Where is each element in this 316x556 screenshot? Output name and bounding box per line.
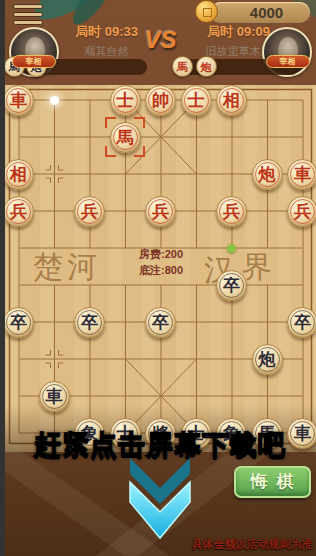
- board-point-4-3[interactable]: 兵: [143, 193, 179, 230]
- board-point-0-2[interactable]: 相: [5, 156, 37, 193]
- board-point-0-6[interactable]: 卒: [5, 304, 37, 341]
- piece-red-士[interactable]: 士: [181, 85, 212, 116]
- piece-red-兵[interactable]: 兵: [216, 196, 247, 227]
- board-point-5-2[interactable]: [178, 156, 214, 193]
- board-point-2-1[interactable]: [72, 119, 108, 156]
- board-point-8-6[interactable]: 卒: [285, 304, 316, 341]
- board-point-0-7[interactable]: [5, 341, 37, 378]
- disclaimer-text: 具体金额以活动规则为准: [153, 537, 313, 552]
- board-point-5-7[interactable]: [178, 341, 214, 378]
- board-point-6-7[interactable]: [214, 341, 250, 378]
- move-hint-dot: [227, 244, 236, 253]
- board-point-2-3[interactable]: 兵: [72, 193, 108, 230]
- board-point-6-4[interactable]: [214, 230, 250, 267]
- board-point-8-7[interactable]: [285, 341, 316, 378]
- piece-red-車[interactable]: 車: [287, 159, 316, 190]
- board-point-3-4[interactable]: [107, 230, 143, 267]
- board-point-2-5[interactable]: [72, 267, 108, 304]
- board-point-3-0[interactable]: 士: [107, 82, 143, 119]
- board-point-5-1[interactable]: [178, 119, 214, 156]
- piece-glyph: 士: [117, 92, 134, 109]
- board-point-8-3[interactable]: 兵: [285, 193, 316, 230]
- piece-red-兵[interactable]: 兵: [287, 196, 316, 227]
- piece-red-相[interactable]: 相: [5, 159, 35, 190]
- piece-red-士[interactable]: 士: [110, 85, 141, 116]
- piece-black-卒[interactable]: 卒: [74, 307, 105, 338]
- vs-logo: VS: [140, 26, 182, 54]
- board-point-7-7[interactable]: 炮: [249, 341, 285, 378]
- piece-glyph: 帥: [152, 92, 169, 109]
- board-point-8-5[interactable]: [285, 267, 316, 304]
- board-point-4-6[interactable]: 卒: [143, 304, 179, 341]
- board-point-1-7[interactable]: [36, 341, 72, 378]
- piece-glyph: 卒: [152, 314, 169, 331]
- undo-move-button[interactable]: 悔棋: [234, 466, 311, 498]
- piece-glyph: 車: [10, 92, 27, 109]
- board-point-7-2[interactable]: 炮: [249, 156, 285, 193]
- piece-red-炮[interactable]: 炮: [252, 159, 283, 190]
- coin-balance[interactable]: 4000: [210, 2, 310, 23]
- board-point-0-0[interactable]: 車: [5, 82, 37, 119]
- board-point-4-1[interactable]: [143, 119, 179, 156]
- piece-glyph: 卒: [81, 314, 98, 331]
- piece-glyph: 卒: [223, 277, 240, 294]
- board-point-1-6[interactable]: [36, 304, 72, 341]
- board-point-3-5[interactable]: [107, 267, 143, 304]
- board-point-6-0[interactable]: 相: [214, 82, 250, 119]
- piece-glyph: 兵: [81, 203, 98, 220]
- board-point-0-3[interactable]: 兵: [5, 193, 37, 230]
- piece-red-兵[interactable]: 兵: [5, 196, 35, 227]
- board-point-4-5[interactable]: [143, 267, 179, 304]
- board-point-8-4[interactable]: [285, 230, 316, 267]
- board-grid: 車士帥士相馬相炮車兵兵兵兵兵卒卒卒卒卒炮車象士將士象馬車: [5, 82, 316, 452]
- board-point-2-7[interactable]: [72, 341, 108, 378]
- board-point-2-2[interactable]: [72, 156, 108, 193]
- hamburger-icon: [13, 4, 43, 9]
- left-player-rank-badge: 宰相: [12, 55, 56, 68]
- last-move-origin-dot: [50, 96, 59, 105]
- board-point-6-2[interactable]: [214, 156, 250, 193]
- piece-glyph: 士: [188, 92, 205, 109]
- board-point-3-3[interactable]: [107, 193, 143, 230]
- menu-button[interactable]: [13, 4, 43, 28]
- piece-red-兵[interactable]: 兵: [145, 196, 176, 227]
- board-point-7-6[interactable]: [249, 304, 285, 341]
- board-point-4-4[interactable]: [143, 230, 179, 267]
- board-point-7-4[interactable]: [249, 230, 285, 267]
- board-point-5-0[interactable]: 士: [178, 82, 214, 119]
- piece-glyph: 相: [223, 92, 240, 109]
- piece-red-車[interactable]: 車: [5, 85, 35, 116]
- board-point-4-2[interactable]: [143, 156, 179, 193]
- board-point-1-5[interactable]: [36, 267, 72, 304]
- piece-glyph: 兵: [152, 203, 169, 220]
- board-point-2-6[interactable]: 卒: [72, 304, 108, 341]
- board-point-6-1[interactable]: [214, 119, 250, 156]
- board-point-4-7[interactable]: [143, 341, 179, 378]
- board-point-5-3[interactable]: [178, 193, 214, 230]
- piece-black-卒[interactable]: 卒: [216, 270, 247, 301]
- piece-glyph: 車: [46, 388, 63, 405]
- board-point-1-2[interactable]: [36, 156, 72, 193]
- coin-icon: [195, 0, 218, 23]
- piece-glyph: 兵: [294, 203, 311, 220]
- piece-red-兵[interactable]: 兵: [74, 196, 105, 227]
- board-point-6-6[interactable]: [214, 304, 250, 341]
- board-point-1-1[interactable]: [36, 119, 72, 156]
- board-point-7-3[interactable]: [249, 193, 285, 230]
- download-prompt[interactable]: 赶紧点击屏幕下载吧: [5, 427, 316, 463]
- board-point-1-0[interactable]: [36, 82, 72, 119]
- board-point-7-1[interactable]: [249, 119, 285, 156]
- board-point-8-2[interactable]: 車: [285, 156, 316, 193]
- board-point-1-4[interactable]: [36, 230, 72, 267]
- piece-red-馬[interactable]: 馬: [110, 122, 141, 153]
- board-point-3-1[interactable]: 馬: [107, 119, 143, 156]
- board-point-1-3[interactable]: [36, 193, 72, 230]
- board-point-0-1[interactable]: [5, 119, 37, 156]
- board-point-5-4[interactable]: [178, 230, 214, 267]
- piece-black-車[interactable]: 車: [39, 381, 70, 412]
- board-point-6-5[interactable]: 卒: [214, 267, 250, 304]
- board-point-3-7[interactable]: [107, 341, 143, 378]
- hamburger-icon: [13, 12, 43, 17]
- captured-piece-red-炮: 炮: [196, 56, 217, 77]
- piece-glyph: 兵: [10, 203, 27, 220]
- piece-black-卒[interactable]: 卒: [5, 307, 35, 338]
- piece-glyph: 炮: [259, 166, 276, 183]
- board-point-0-5[interactable]: [5, 267, 37, 304]
- game-screen: 4000 宰相 局时 09:33 顺其自然 VS 局时 09:09 旧故里草木深…: [5, 0, 316, 556]
- board-point-8-0[interactable]: [285, 82, 316, 119]
- piece-glyph: 車: [294, 166, 311, 183]
- right-player-rank-badge: 宰相: [266, 55, 310, 68]
- board-point-4-0[interactable]: 帥: [143, 82, 179, 119]
- board-point-2-4[interactable]: [72, 230, 108, 267]
- hamburger-icon: [13, 20, 43, 25]
- board-point-2-0[interactable]: [72, 82, 108, 119]
- board-point-0-4[interactable]: [5, 230, 37, 267]
- captured-piece-red-馬: 馬: [172, 56, 193, 77]
- piece-glyph: 相: [10, 166, 27, 183]
- xiangqi-board: 楚 河 汉 界 房费:200 底注:800 車士帥士相馬相炮車兵兵兵兵兵卒卒卒卒…: [5, 85, 316, 452]
- piece-red-相[interactable]: 相: [216, 85, 247, 116]
- piece-glyph: 馬: [117, 129, 134, 146]
- piece-red-帥[interactable]: 帥: [145, 85, 176, 116]
- piece-glyph: 兵: [223, 203, 240, 220]
- board-point-5-6[interactable]: [178, 304, 214, 341]
- board-point-6-3[interactable]: 兵: [214, 193, 250, 230]
- board-point-8-1[interactable]: [285, 119, 316, 156]
- board-point-7-0[interactable]: [249, 82, 285, 119]
- piece-black-卒[interactable]: 卒: [287, 307, 316, 338]
- board-point-3-6[interactable]: [107, 304, 143, 341]
- piece-glyph: 卒: [10, 314, 27, 331]
- board-point-3-2[interactable]: [107, 156, 143, 193]
- piece-black-卒[interactable]: 卒: [145, 307, 176, 338]
- board-point-7-5[interactable]: [249, 267, 285, 304]
- piece-black-炮[interactable]: 炮: [252, 344, 283, 375]
- piece-glyph: 卒: [294, 314, 311, 331]
- download-arrow-icon[interactable]: [123, 452, 197, 544]
- piece-glyph: 炮: [259, 351, 276, 368]
- board-point-5-5[interactable]: [178, 267, 214, 304]
